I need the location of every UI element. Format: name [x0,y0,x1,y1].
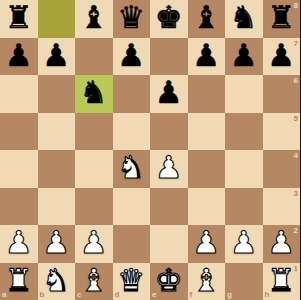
piece-white-queen[interactable]: ♛ [117,265,145,296]
square-g2[interactable]: ♟ [225,225,263,263]
square-a7[interactable]: ♟ [0,38,38,76]
rank-label-3: 3 [294,190,298,198]
square-b6[interactable] [38,75,76,113]
piece-white-king[interactable]: ♚ [155,265,183,296]
square-e7[interactable] [150,38,188,76]
chess-board-container: ♜♝♛♚♝♞8♜♟♟♟♟♟7♟♞♟65♞♟43♟♟♟♟♟2♟a♜b♞c♝d♛e♚… [0,0,300,300]
piece-black-rook[interactable]: ♜ [5,2,33,33]
square-h3[interactable]: 3 [263,188,301,226]
square-c6[interactable]: ♞ [75,75,113,113]
piece-black-rook[interactable]: ♜ [267,2,295,33]
square-h4[interactable]: 4 [263,150,301,188]
file-label-g: g [227,291,232,299]
square-b3[interactable] [38,188,76,226]
piece-black-pawn[interactable]: ♟ [267,40,295,71]
rank-label-6: 6 [294,77,298,85]
square-g3[interactable] [225,188,263,226]
square-e4[interactable]: ♟ [150,150,188,188]
square-b4[interactable] [38,150,76,188]
piece-black-pawn[interactable]: ♟ [155,77,183,108]
square-e2[interactable] [150,225,188,263]
square-g5[interactable] [225,113,263,151]
piece-white-knight[interactable]: ♞ [42,265,70,296]
square-c1[interactable]: c♝ [75,263,113,300]
square-d7[interactable]: ♟ [113,38,151,76]
square-a6[interactable] [0,75,38,113]
piece-white-rook[interactable]: ♜ [5,265,33,296]
square-f5[interactable] [188,113,226,151]
square-a2[interactable]: ♟ [0,225,38,263]
square-h7[interactable]: 7♟ [263,38,301,76]
piece-white-bishop[interactable]: ♝ [192,265,220,296]
square-g6[interactable] [225,75,263,113]
square-d4[interactable]: ♞ [113,150,151,188]
square-d8[interactable]: ♛ [113,0,151,38]
piece-black-knight[interactable]: ♞ [80,77,108,108]
rank-label-4: 4 [294,152,298,160]
square-a8[interactable]: ♜ [0,0,38,38]
square-f7[interactable]: ♟ [188,38,226,76]
square-g1[interactable]: g [225,263,263,300]
square-d3[interactable] [113,188,151,226]
square-a3[interactable] [0,188,38,226]
piece-black-pawn[interactable]: ♟ [230,40,258,71]
square-b5[interactable] [38,113,76,151]
rank-label-5: 5 [294,115,298,123]
square-a5[interactable] [0,113,38,151]
square-d1[interactable]: d♛ [113,263,151,300]
square-e8[interactable]: ♚ [150,0,188,38]
piece-white-knight[interactable]: ♞ [117,152,145,183]
square-h6[interactable]: 6 [263,75,301,113]
square-b7[interactable]: ♟ [38,38,76,76]
square-d6[interactable] [113,75,151,113]
piece-white-pawn[interactable]: ♟ [230,227,258,258]
piece-white-pawn[interactable]: ♟ [192,227,220,258]
square-c4[interactable] [75,150,113,188]
square-h2[interactable]: 2♟ [263,225,301,263]
piece-white-pawn[interactable]: ♟ [267,227,295,258]
piece-white-pawn[interactable]: ♟ [42,227,70,258]
piece-black-queen[interactable]: ♛ [117,2,145,33]
piece-black-pawn[interactable]: ♟ [192,40,220,71]
piece-white-bishop[interactable]: ♝ [80,265,108,296]
square-h5[interactable]: 5 [263,113,301,151]
square-g4[interactable] [225,150,263,188]
square-c8[interactable]: ♝ [75,0,113,38]
square-f4[interactable] [188,150,226,188]
square-d5[interactable] [113,113,151,151]
square-f2[interactable]: ♟ [188,225,226,263]
square-g8[interactable]: ♞ [225,0,263,38]
square-h1[interactable]: 1h♜ [263,263,301,300]
square-b8[interactable] [38,0,76,38]
piece-white-pawn[interactable]: ♟ [155,152,183,183]
square-b2[interactable]: ♟ [38,225,76,263]
piece-black-knight[interactable]: ♞ [230,2,258,33]
square-e1[interactable]: e♚ [150,263,188,300]
piece-white-pawn[interactable]: ♟ [5,227,33,258]
square-g7[interactable]: ♟ [225,38,263,76]
square-d2[interactable] [113,225,151,263]
square-e5[interactable] [150,113,188,151]
square-f3[interactable] [188,188,226,226]
piece-white-pawn[interactable]: ♟ [80,227,108,258]
square-f8[interactable]: ♝ [188,0,226,38]
square-c2[interactable]: ♟ [75,225,113,263]
piece-black-pawn[interactable]: ♟ [42,40,70,71]
square-c5[interactable] [75,113,113,151]
square-b1[interactable]: b♞ [38,263,76,300]
square-f6[interactable] [188,75,226,113]
piece-black-pawn[interactable]: ♟ [5,40,33,71]
square-a4[interactable] [0,150,38,188]
piece-black-pawn[interactable]: ♟ [117,40,145,71]
square-e3[interactable] [150,188,188,226]
piece-black-king[interactable]: ♚ [155,2,183,33]
square-c3[interactable] [75,188,113,226]
chess-board: ♜♝♛♚♝♞8♜♟♟♟♟♟7♟♞♟65♞♟43♟♟♟♟♟2♟a♜b♞c♝d♛e♚… [0,0,300,300]
square-f1[interactable]: f♝ [188,263,226,300]
square-h8[interactable]: 8♜ [263,0,301,38]
square-a1[interactable]: a♜ [0,263,38,300]
square-c7[interactable] [75,38,113,76]
square-e6[interactable]: ♟ [150,75,188,113]
piece-white-rook[interactable]: ♜ [267,265,295,296]
piece-black-bishop[interactable]: ♝ [192,2,220,33]
piece-black-bishop[interactable]: ♝ [80,2,108,33]
